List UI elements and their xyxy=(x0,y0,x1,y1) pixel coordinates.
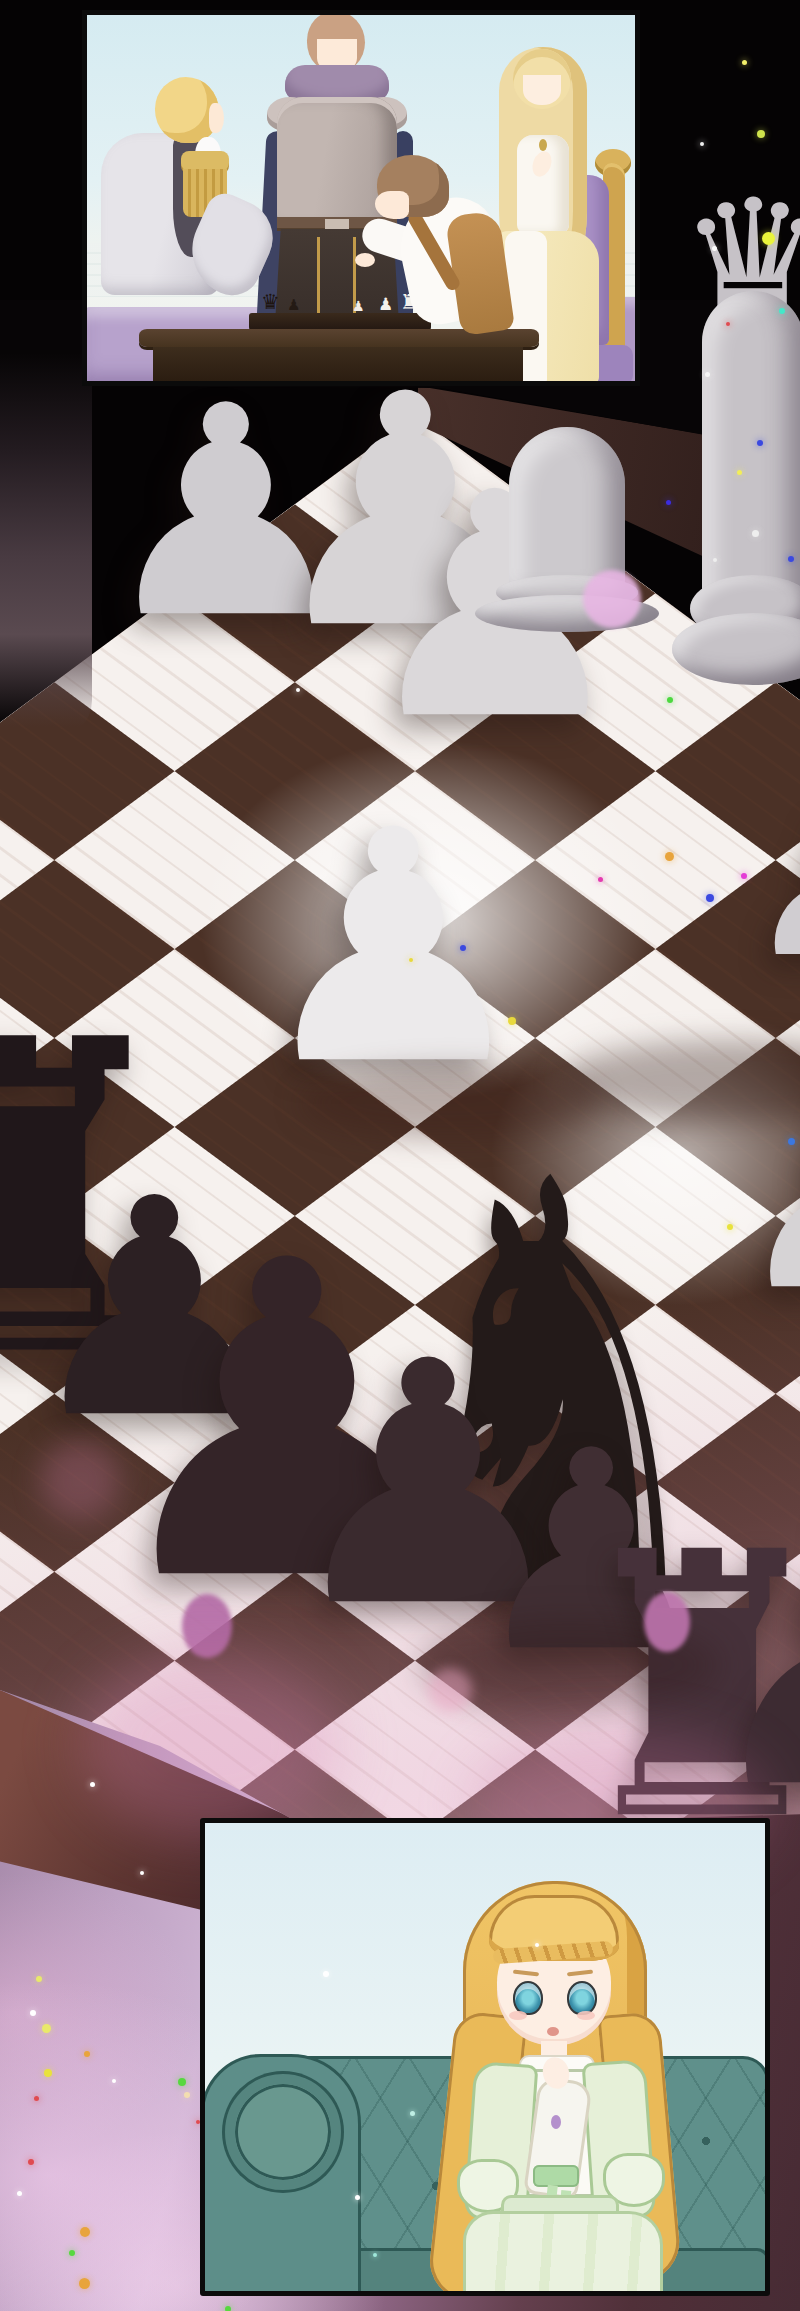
white-queen-tall-base xyxy=(672,613,800,685)
panel-sparkle-dot xyxy=(535,1943,539,1947)
white-pawn-advanced: ♟ xyxy=(250,788,537,1108)
belt-buckle xyxy=(325,219,349,229)
brown-haired-youth-seated xyxy=(369,155,525,385)
necklace xyxy=(539,139,547,151)
face xyxy=(375,191,409,219)
panel-sparkle-dot xyxy=(373,2253,377,2257)
face xyxy=(209,103,224,133)
panel-sparkle-dot xyxy=(323,1971,329,1977)
white-rook-column xyxy=(482,382,652,632)
white-dome-right: ♟ xyxy=(745,785,800,985)
comic-page: ♟♟♟♛♟♟♟♜♟♟♞♟♟♜♟ xyxy=(0,0,800,2311)
mini-black-piece: ♟ xyxy=(287,298,300,313)
white-queen-tall: ♛ xyxy=(678,205,800,685)
face xyxy=(523,75,561,105)
gold-epaulette xyxy=(181,151,229,171)
panel-reaction xyxy=(200,1818,770,2296)
black-pawn-far-right: ♟ xyxy=(688,1452,800,1842)
mini-black-piece: ♛ xyxy=(261,292,280,313)
panel-sparkles xyxy=(205,1823,765,2291)
panel-sparkle-dot xyxy=(410,2111,415,2116)
hand xyxy=(355,253,375,267)
white-rook-column-base xyxy=(475,595,659,633)
white-pawn-right-edge: ♟ xyxy=(730,1058,800,1328)
panel-sparkle-dot xyxy=(355,2195,360,2200)
panel-flashback: ♛♟♟♟♜ xyxy=(82,10,640,386)
mini-white-piece: ♟ xyxy=(352,299,365,313)
